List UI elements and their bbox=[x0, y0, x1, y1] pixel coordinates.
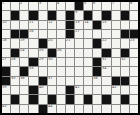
cell-r6c5[interactable]: 25 bbox=[39, 49, 47, 57]
black-cell-r4c3 bbox=[20, 30, 28, 38]
clue-number: 29 bbox=[39, 58, 44, 61]
cell-r9c3[interactable]: 36 bbox=[20, 77, 28, 85]
clue-number: 13 bbox=[75, 21, 80, 24]
cell-r7c3[interactable] bbox=[20, 58, 28, 66]
cell-r8c9[interactable] bbox=[75, 67, 83, 75]
cell-r9c7[interactable] bbox=[57, 77, 65, 85]
black-cell-r4c2 bbox=[11, 30, 19, 38]
cell-r5c12[interactable]: 22 bbox=[102, 39, 110, 47]
clue-number: 20 bbox=[48, 39, 53, 42]
cell-r8c15[interactable] bbox=[130, 67, 138, 75]
cell-r3c1[interactable]: 10 bbox=[2, 21, 10, 29]
black-cell-r7c4 bbox=[29, 58, 37, 66]
cell-r5c9[interactable] bbox=[75, 39, 83, 47]
cell-r10c15[interactable] bbox=[130, 86, 138, 94]
cell-r1c3[interactable]: 2 bbox=[20, 2, 28, 10]
cell-r12c4[interactable] bbox=[29, 105, 37, 113]
clue-number: 19 bbox=[20, 39, 25, 42]
cell-r8c6[interactable] bbox=[48, 67, 56, 75]
black-cell-r4c14 bbox=[121, 30, 129, 38]
cell-r8c5[interactable] bbox=[39, 67, 47, 75]
cell-r12c13[interactable] bbox=[112, 105, 120, 113]
black-cell-r11c14 bbox=[121, 95, 129, 103]
cell-r2c15[interactable] bbox=[130, 11, 138, 19]
cell-r6c11[interactable] bbox=[93, 49, 101, 57]
cell-r8c2[interactable] bbox=[11, 67, 19, 75]
cell-r1c1[interactable]: 1 bbox=[2, 2, 10, 10]
cell-r12c8[interactable] bbox=[66, 105, 74, 113]
cell-r11c9[interactable] bbox=[75, 95, 83, 103]
clue-number: 32 bbox=[121, 58, 126, 61]
clue-number: 26 bbox=[57, 49, 62, 52]
clue-number: 18 bbox=[2, 39, 7, 42]
clue-number: 4 bbox=[57, 2, 59, 5]
cell-r3c13[interactable] bbox=[112, 21, 120, 29]
cell-r9c6[interactable]: 37 bbox=[48, 77, 56, 85]
black-cell-r1c9 bbox=[75, 2, 83, 10]
black-cell-r2c8 bbox=[66, 11, 74, 19]
cell-r7c5[interactable]: 29 bbox=[39, 58, 47, 66]
black-cell-r2c10 bbox=[84, 11, 92, 19]
clue-number: 9 bbox=[75, 11, 77, 14]
cell-r3c6[interactable]: 12 bbox=[48, 21, 56, 29]
cell-r3c10[interactable]: 14 bbox=[84, 21, 92, 29]
cell-r10c7[interactable] bbox=[57, 86, 65, 94]
clue-number: 24 bbox=[20, 49, 25, 52]
cell-r8c14[interactable] bbox=[121, 67, 129, 75]
black-cell-r8c3 bbox=[20, 67, 28, 75]
cell-r6c9[interactable] bbox=[75, 49, 83, 57]
cell-r5c7[interactable] bbox=[57, 39, 65, 47]
cell-r7c1[interactable]: 27 bbox=[2, 58, 10, 66]
clue-number: 31 bbox=[102, 58, 107, 61]
cell-r10c3[interactable] bbox=[20, 86, 28, 94]
cell-r6c10[interactable] bbox=[84, 49, 92, 57]
cell-r4c9[interactable]: 17 bbox=[75, 30, 83, 38]
cell-r2c11[interactable] bbox=[93, 11, 101, 19]
black-cell-r8c11 bbox=[93, 67, 101, 75]
cell-r3c14[interactable] bbox=[121, 21, 129, 29]
black-cell-r11c10 bbox=[84, 95, 92, 103]
cell-r7c14[interactable]: 32 bbox=[121, 58, 129, 66]
cell-r4c12[interactable] bbox=[102, 30, 110, 38]
cell-r12c6[interactable]: 44 bbox=[48, 105, 56, 113]
cell-r4c4[interactable]: 16 bbox=[29, 30, 37, 38]
cell-r1c11[interactable]: 6 bbox=[93, 2, 101, 10]
crossword-page: 1234567891011121314151617181920212223242… bbox=[0, 0, 140, 115]
cell-r9c9[interactable] bbox=[75, 77, 83, 85]
clue-number: 43 bbox=[2, 105, 7, 108]
cell-r10c14[interactable] bbox=[121, 86, 129, 94]
cell-r1c10[interactable]: 5 bbox=[84, 2, 92, 10]
cell-r9c4[interactable] bbox=[29, 77, 37, 85]
black-cell-r11c8 bbox=[66, 95, 74, 103]
cell-r5c1[interactable]: 18 bbox=[2, 39, 10, 47]
cell-r6c3[interactable]: 24 bbox=[20, 49, 28, 57]
clue-number: 22 bbox=[102, 39, 107, 42]
clue-number: 35 bbox=[11, 77, 16, 80]
cell-r4c1[interactable] bbox=[2, 30, 10, 38]
cell-r7c8[interactable] bbox=[66, 58, 74, 66]
black-cell-r4c8 bbox=[66, 30, 74, 38]
cell-r5c2[interactable] bbox=[11, 39, 19, 47]
cell-r2c5[interactable] bbox=[39, 11, 47, 19]
cell-r12c14[interactable] bbox=[121, 105, 129, 113]
cell-r11c3[interactable] bbox=[20, 95, 28, 103]
black-cell-r6c6 bbox=[48, 49, 56, 57]
cell-r7c15[interactable] bbox=[130, 58, 138, 66]
black-cell-r6c12 bbox=[102, 49, 110, 57]
cell-r5c4[interactable] bbox=[29, 39, 37, 47]
cell-r6c4[interactable] bbox=[29, 49, 37, 57]
cell-r12c11[interactable] bbox=[93, 105, 101, 113]
cell-r1c6[interactable] bbox=[48, 2, 56, 10]
clue-number: 2 bbox=[20, 2, 22, 5]
cell-r3c5[interactable] bbox=[39, 21, 47, 29]
cell-r2c1[interactable] bbox=[2, 11, 10, 19]
black-cell-r3c11 bbox=[93, 21, 101, 29]
cell-r4c5[interactable] bbox=[39, 30, 47, 38]
cell-r3c7[interactable] bbox=[57, 21, 65, 29]
clue-number: 1 bbox=[2, 2, 4, 5]
clue-number: 37 bbox=[48, 77, 53, 80]
clue-number: 27 bbox=[2, 58, 7, 61]
clue-number: 33 bbox=[29, 67, 34, 70]
clue-number: 7 bbox=[112, 2, 114, 5]
cell-r9c12[interactable] bbox=[102, 77, 110, 85]
clue-number: 6 bbox=[93, 2, 95, 5]
cell-r1c12[interactable] bbox=[102, 2, 110, 10]
cell-r1c14[interactable] bbox=[121, 2, 129, 10]
cell-r5c13[interactable] bbox=[112, 39, 120, 47]
cell-r10c9[interactable]: 41 bbox=[75, 86, 83, 94]
clue-number: 10 bbox=[2, 21, 7, 24]
black-cell-r8c1 bbox=[2, 67, 10, 75]
cell-r2c7[interactable] bbox=[57, 11, 65, 19]
cell-r11c11[interactable] bbox=[93, 95, 101, 103]
clue-number: 42 bbox=[112, 86, 117, 89]
cell-r11c13[interactable] bbox=[112, 95, 120, 103]
cell-r12c10[interactable] bbox=[84, 105, 92, 113]
cell-r8c13[interactable] bbox=[112, 67, 120, 75]
cell-r5c10[interactable] bbox=[84, 39, 92, 47]
black-cell-r2c2 bbox=[11, 11, 19, 19]
cell-r3c2[interactable] bbox=[11, 21, 19, 29]
cell-r1c5[interactable]: 3 bbox=[39, 2, 47, 10]
cell-r6c15[interactable] bbox=[130, 49, 138, 57]
black-cell-r6c2 bbox=[11, 49, 19, 57]
clue-number: 16 bbox=[29, 30, 34, 33]
cell-r9c15[interactable] bbox=[130, 77, 138, 85]
cell-r5c3[interactable]: 19 bbox=[20, 39, 28, 47]
cell-r3c3[interactable] bbox=[20, 21, 28, 29]
black-cell-r3c8 bbox=[66, 21, 74, 29]
clue-number: 11 bbox=[29, 21, 34, 24]
black-cell-r5c5 bbox=[39, 39, 47, 47]
clue-number: 15 bbox=[102, 21, 107, 24]
clue-number: 44 bbox=[48, 105, 53, 108]
black-cell-r11c2 bbox=[11, 95, 19, 103]
black-cell-r2c14 bbox=[121, 11, 129, 19]
black-cell-r11c12 bbox=[102, 95, 110, 103]
cell-r10c10[interactable] bbox=[84, 86, 92, 94]
cell-r12c2[interactable] bbox=[11, 105, 19, 113]
cell-r11c1[interactable] bbox=[2, 95, 10, 103]
cell-r2c9[interactable]: 9 bbox=[75, 11, 83, 19]
cell-r9c2[interactable]: 35 bbox=[11, 77, 19, 85]
clue-number: 17 bbox=[75, 30, 80, 33]
clue-number: 40 bbox=[39, 86, 44, 89]
black-cell-r9c14 bbox=[121, 77, 129, 85]
cell-r7c13[interactable] bbox=[112, 58, 120, 66]
cell-r3c9[interactable]: 13 bbox=[75, 21, 83, 29]
black-cell-r7c11 bbox=[93, 58, 101, 66]
cell-r12c12[interactable] bbox=[102, 105, 110, 113]
cell-r2c3[interactable] bbox=[20, 11, 28, 19]
clue-number: 3 bbox=[39, 2, 41, 5]
clue-number: 14 bbox=[84, 21, 89, 24]
black-cell-r9c13 bbox=[112, 77, 120, 85]
cell-r4c10[interactable] bbox=[84, 30, 92, 38]
cell-r5c8[interactable]: 21 bbox=[66, 39, 74, 47]
cell-r11c15[interactable] bbox=[130, 95, 138, 103]
cell-r8c12[interactable]: 34 bbox=[102, 67, 110, 75]
clue-number: 5 bbox=[84, 2, 86, 5]
clue-number: 36 bbox=[20, 77, 25, 80]
cell-r1c2[interactable] bbox=[11, 2, 19, 10]
cell-r3c4[interactable]: 11 bbox=[29, 21, 37, 29]
cell-r11c7[interactable] bbox=[57, 95, 65, 103]
cell-r6c1[interactable] bbox=[2, 49, 10, 57]
cell-r1c7[interactable]: 4 bbox=[57, 2, 65, 10]
cell-r7c6[interactable]: 30 bbox=[48, 58, 56, 66]
clue-number: 34 bbox=[102, 67, 107, 70]
cell-r10c13[interactable]: 42 bbox=[112, 86, 120, 94]
black-cell-r6c14 bbox=[121, 49, 129, 57]
black-cell-r5c11 bbox=[93, 39, 101, 47]
clue-number: 21 bbox=[66, 39, 71, 42]
cell-r10c2[interactable] bbox=[11, 86, 19, 94]
clue-number: 41 bbox=[75, 86, 80, 89]
cell-r6c7[interactable]: 26 bbox=[57, 49, 65, 57]
clue-number: 23 bbox=[130, 39, 135, 42]
cell-r9c11[interactable]: 38 bbox=[93, 77, 101, 85]
clue-number: 12 bbox=[48, 21, 53, 24]
cell-r12c15[interactable] bbox=[130, 105, 138, 113]
cell-r3c12[interactable]: 15 bbox=[102, 21, 110, 29]
cell-r6c8[interactable] bbox=[66, 49, 74, 57]
cell-r8c8[interactable] bbox=[66, 67, 74, 75]
cell-r5c6[interactable]: 20 bbox=[48, 39, 56, 47]
black-cell-r11c6 bbox=[48, 95, 56, 103]
cell-r2c13[interactable] bbox=[112, 11, 120, 19]
cell-r7c2[interactable]: 28 bbox=[11, 58, 19, 66]
cell-r12c3[interactable] bbox=[20, 105, 28, 113]
black-cell-r9c5 bbox=[39, 77, 47, 85]
cell-r1c8[interactable] bbox=[66, 2, 74, 10]
cell-r7c7[interactable] bbox=[57, 58, 65, 66]
cell-r12c1[interactable]: 43 bbox=[2, 105, 10, 113]
cell-r7c9[interactable] bbox=[75, 58, 83, 66]
clue-number: 39 bbox=[2, 86, 7, 89]
cell-r10c6[interactable] bbox=[48, 86, 56, 94]
crossword-board: 1234567891011121314151617181920212223242… bbox=[0, 0, 140, 115]
cell-r7c10[interactable] bbox=[84, 58, 92, 66]
black-cell-r9c1 bbox=[2, 77, 10, 85]
cell-r9c10[interactable] bbox=[84, 77, 92, 85]
black-cell-r2c12 bbox=[102, 11, 110, 19]
cell-r8c10[interactable] bbox=[84, 67, 92, 75]
cell-r10c5[interactable]: 40 bbox=[39, 86, 47, 94]
cell-r3c15[interactable] bbox=[130, 21, 138, 29]
cell-r5c15[interactable]: 23 bbox=[130, 39, 138, 47]
cell-r7c12[interactable]: 31 bbox=[102, 58, 110, 66]
crossword-grid: 1234567891011121314151617181920212223242… bbox=[2, 2, 138, 113]
cell-r9c8[interactable] bbox=[66, 77, 74, 85]
cell-r8c4[interactable]: 33 bbox=[29, 67, 37, 75]
cell-r1c13[interactable]: 7 bbox=[112, 2, 120, 10]
cell-r4c7[interactable] bbox=[57, 30, 65, 38]
cell-r10c11[interactable] bbox=[93, 86, 101, 94]
clue-number: 30 bbox=[48, 58, 53, 61]
cell-r10c1[interactable]: 39 bbox=[2, 86, 10, 94]
cell-r1c4[interactable] bbox=[29, 2, 37, 10]
black-cell-r12c5 bbox=[39, 105, 47, 113]
cell-r6c13[interactable] bbox=[112, 49, 120, 57]
cell-r8c7[interactable] bbox=[57, 67, 65, 75]
cell-r11c5[interactable] bbox=[39, 95, 47, 103]
black-cell-r4c15 bbox=[130, 30, 138, 38]
black-cell-r10c4 bbox=[29, 86, 37, 94]
black-cell-r2c4 bbox=[29, 11, 37, 19]
cell-r4c11[interactable] bbox=[93, 30, 101, 38]
clue-number: 25 bbox=[39, 49, 44, 52]
cell-r10c12[interactable] bbox=[102, 86, 110, 94]
cell-r12c9[interactable] bbox=[75, 105, 83, 113]
cell-r5c14[interactable] bbox=[121, 39, 129, 47]
clue-number: 38 bbox=[93, 77, 98, 80]
cell-r1c15[interactable]: 8 bbox=[130, 2, 138, 10]
black-cell-r11c4 bbox=[29, 95, 37, 103]
black-cell-r10c8 bbox=[66, 86, 74, 94]
cell-r12c7[interactable] bbox=[57, 105, 65, 113]
cell-r4c6[interactable] bbox=[48, 30, 56, 38]
clue-number: 8 bbox=[130, 2, 132, 5]
clue-number: 28 bbox=[11, 58, 16, 61]
cell-r4c13[interactable] bbox=[112, 30, 120, 38]
black-cell-r2c6 bbox=[48, 11, 56, 19]
